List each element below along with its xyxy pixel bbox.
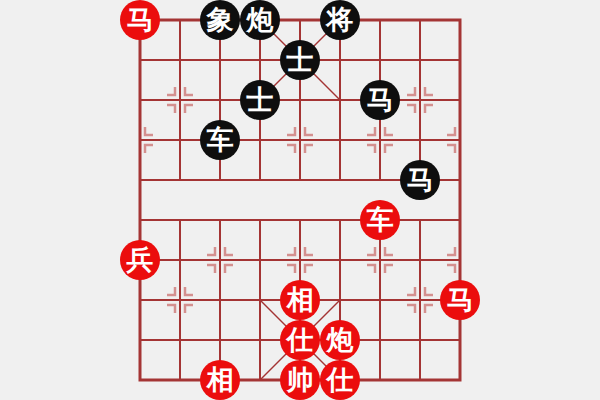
piece-black-advisor[interactable]: 士 [240, 80, 280, 120]
piece-red-horse[interactable]: 马 [440, 280, 480, 320]
piece-black-elephant[interactable]: 象 [200, 0, 240, 40]
piece-red-cannon[interactable]: 炮 [320, 320, 360, 360]
piece-red-elephant[interactable]: 相 [280, 280, 320, 320]
piece-black-advisor[interactable]: 士 [280, 40, 320, 80]
piece-red-general[interactable]: 帅 [280, 360, 320, 400]
piece-black-chariot[interactable]: 车 [200, 120, 240, 160]
xiangqi-app-screen: 马象炮将士士马车马车兵相马仕炮相帅仕 [0, 0, 600, 400]
piece-black-general[interactable]: 将 [320, 0, 360, 40]
piece-red-chariot[interactable]: 车 [360, 200, 400, 240]
piece-black-horse[interactable]: 马 [360, 80, 400, 120]
piece-red-advisor[interactable]: 仕 [280, 320, 320, 360]
xiangqi-board[interactable]: 马象炮将士士马车马车兵相马仕炮相帅仕 [120, 0, 480, 400]
piece-red-horse[interactable]: 马 [120, 0, 160, 40]
piece-red-soldier[interactable]: 兵 [120, 240, 160, 280]
piece-black-horse[interactable]: 马 [400, 160, 440, 200]
piece-red-elephant[interactable]: 相 [200, 360, 240, 400]
piece-black-cannon[interactable]: 炮 [240, 0, 280, 40]
piece-red-advisor[interactable]: 仕 [320, 360, 360, 400]
